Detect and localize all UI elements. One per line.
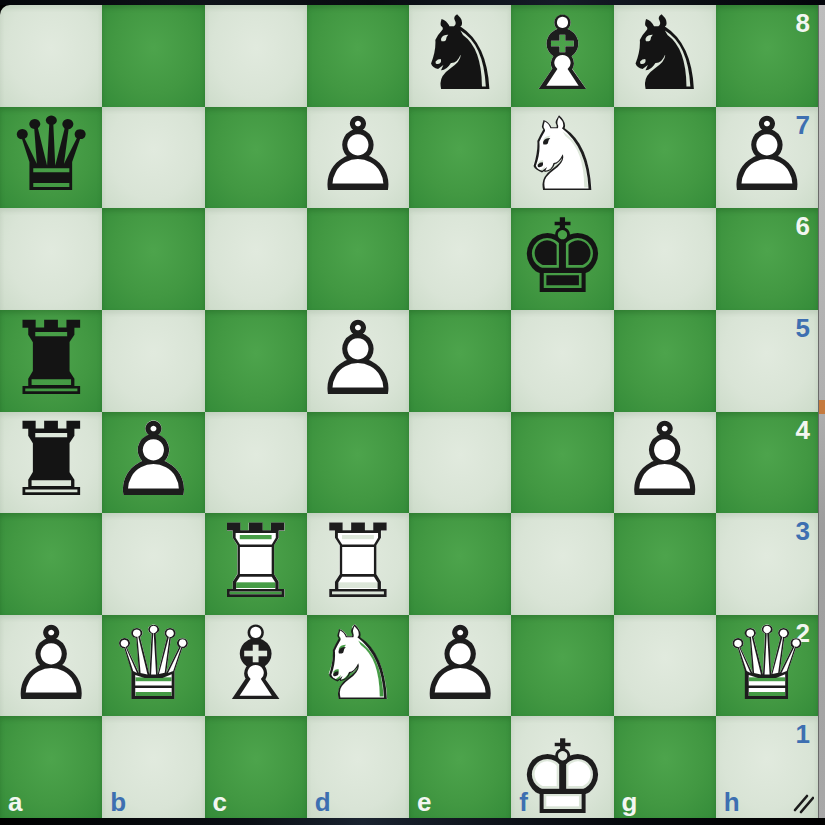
rank-label-1: 1 — [796, 721, 810, 747]
square-c6[interactable] — [205, 208, 307, 310]
piece-white-bishop[interactable]: ♝♗ — [205, 615, 307, 717]
piece-white-knight[interactable]: ♞♘ — [511, 107, 613, 209]
chess-board[interactable]: ♞♝♗♞8♛♟♙♞♘7♟♙♚6♜♟♙5♜♟♙♟♙4♜♖♜♖3♟♙♛♕♝♗♞♘♟♙… — [0, 5, 818, 818]
piece-white-pawn[interactable]: ♟♙ — [716, 107, 818, 209]
piece-white-queen[interactable]: ♛♕ — [102, 615, 204, 717]
square-d2[interactable]: ♞♘ — [307, 615, 409, 717]
rank-label-8: 8 — [796, 10, 810, 36]
square-h2[interactable]: 2♛♕ — [716, 615, 818, 717]
piece-black-knight[interactable]: ♞ — [614, 5, 716, 107]
king-glyph: ♚ — [517, 206, 608, 308]
square-e3[interactable] — [409, 513, 511, 615]
square-h5[interactable]: 5 — [716, 310, 818, 412]
scrollbar[interactable] — [818, 5, 825, 818]
pawn-outline-glyph: ♙ — [414, 613, 505, 715]
square-b8[interactable] — [102, 5, 204, 107]
piece-black-rook[interactable]: ♜ — [0, 412, 102, 514]
square-b6[interactable] — [102, 208, 204, 310]
piece-white-pawn[interactable]: ♟♙ — [307, 310, 409, 412]
square-f1[interactable]: f♚♔ — [511, 716, 613, 818]
square-h3[interactable]: 3 — [716, 513, 818, 615]
knight-outline-glyph: ♘ — [312, 613, 403, 715]
square-g4[interactable]: ♟♙ — [614, 412, 716, 514]
square-e8[interactable]: ♞ — [409, 5, 511, 107]
bishop-outline-glyph: ♗ — [517, 5, 608, 105]
file-label-g: g — [622, 789, 638, 815]
piece-black-knight[interactable]: ♞ — [409, 5, 511, 107]
file-label-c: c — [213, 789, 227, 815]
square-e4[interactable] — [409, 412, 511, 514]
knight-glyph: ♞ — [414, 5, 505, 105]
pawn-outline-glyph: ♙ — [721, 104, 812, 206]
pawn-outline-glyph: ♙ — [108, 409, 199, 511]
square-f7[interactable]: ♞♘ — [511, 107, 613, 209]
square-f5[interactable] — [511, 310, 613, 412]
square-a8[interactable] — [0, 5, 102, 107]
square-a4[interactable]: ♜ — [0, 412, 102, 514]
square-g3[interactable] — [614, 513, 716, 615]
square-d8[interactable] — [307, 5, 409, 107]
square-a5[interactable]: ♜ — [0, 310, 102, 412]
square-c8[interactable] — [205, 5, 307, 107]
piece-white-knight[interactable]: ♞♘ — [307, 615, 409, 717]
square-g2[interactable] — [614, 615, 716, 717]
square-b4[interactable]: ♟♙ — [102, 412, 204, 514]
square-b3[interactable] — [102, 513, 204, 615]
pawn-outline-glyph: ♙ — [5, 613, 96, 715]
square-h4[interactable]: 4 — [716, 412, 818, 514]
piece-white-king[interactable]: ♚♔ — [511, 716, 613, 818]
square-e1[interactable]: e — [409, 716, 511, 818]
square-d7[interactable]: ♟♙ — [307, 107, 409, 209]
square-b5[interactable] — [102, 310, 204, 412]
queen-outline-glyph: ♕ — [108, 613, 199, 715]
scroll-position-marker — [819, 400, 825, 414]
queen-outline-glyph: ♕ — [721, 613, 812, 715]
pawn-outline-glyph: ♙ — [619, 409, 710, 511]
square-a1[interactable]: a — [0, 716, 102, 818]
square-d4[interactable] — [307, 412, 409, 514]
knight-glyph: ♞ — [619, 5, 710, 105]
square-c7[interactable] — [205, 107, 307, 209]
square-b1[interactable]: b — [102, 716, 204, 818]
square-a6[interactable] — [0, 208, 102, 310]
square-a2[interactable]: ♟♙ — [0, 615, 102, 717]
piece-black-king[interactable]: ♚ — [511, 208, 613, 310]
rank-label-3: 3 — [796, 518, 810, 544]
rook-outline-glyph: ♖ — [312, 511, 403, 613]
square-a7[interactable]: ♛ — [0, 107, 102, 209]
piece-white-queen[interactable]: ♛♕ — [716, 615, 818, 717]
rook-glyph: ♜ — [5, 409, 96, 511]
file-label-d: d — [315, 789, 331, 815]
file-label-h: h — [724, 789, 740, 815]
square-e2[interactable]: ♟♙ — [409, 615, 511, 717]
square-f6[interactable]: ♚ — [511, 208, 613, 310]
square-c5[interactable] — [205, 310, 307, 412]
square-g7[interactable] — [614, 107, 716, 209]
piece-black-rook[interactable]: ♜ — [0, 310, 102, 412]
resize-handle-icon[interactable] — [792, 792, 814, 814]
square-f3[interactable] — [511, 513, 613, 615]
rank-label-6: 6 — [796, 213, 810, 239]
pawn-outline-glyph: ♙ — [312, 104, 403, 206]
rook-outline-glyph: ♖ — [210, 511, 301, 613]
square-b7[interactable] — [102, 107, 204, 209]
piece-white-pawn[interactable]: ♟♙ — [409, 615, 511, 717]
window-bottom-edge — [0, 818, 825, 825]
square-f2[interactable] — [511, 615, 613, 717]
square-c2[interactable]: ♝♗ — [205, 615, 307, 717]
square-f8[interactable]: ♝♗ — [511, 5, 613, 107]
square-d3[interactable]: ♜♖ — [307, 513, 409, 615]
queen-glyph: ♛ — [5, 104, 96, 206]
pawn-outline-glyph: ♙ — [312, 308, 403, 410]
piece-white-pawn[interactable]: ♟♙ — [307, 107, 409, 209]
square-g8[interactable]: ♞ — [614, 5, 716, 107]
file-label-b: b — [110, 789, 126, 815]
square-d6[interactable] — [307, 208, 409, 310]
piece-white-rook[interactable]: ♜♖ — [307, 513, 409, 615]
square-f4[interactable] — [511, 412, 613, 514]
file-label-a: a — [8, 789, 22, 815]
square-e5[interactable] — [409, 310, 511, 412]
square-c3[interactable]: ♜♖ — [205, 513, 307, 615]
square-e7[interactable] — [409, 107, 511, 209]
file-label-e: e — [417, 789, 431, 815]
square-a3[interactable] — [0, 513, 102, 615]
piece-black-queen[interactable]: ♛ — [0, 107, 102, 209]
square-c4[interactable] — [205, 412, 307, 514]
square-c1[interactable]: c — [205, 716, 307, 818]
piece-white-pawn[interactable]: ♟♙ — [0, 615, 102, 717]
rook-glyph: ♜ — [5, 308, 96, 410]
square-h6[interactable]: 6 — [716, 208, 818, 310]
piece-white-pawn[interactable]: ♟♙ — [614, 412, 716, 514]
square-e6[interactable] — [409, 208, 511, 310]
rank-label-5: 5 — [796, 315, 810, 341]
square-g5[interactable] — [614, 310, 716, 412]
knight-outline-glyph: ♘ — [517, 104, 608, 206]
square-g1[interactable]: g — [614, 716, 716, 818]
king-outline-glyph: ♔ — [517, 727, 608, 818]
square-d1[interactable]: d — [307, 716, 409, 818]
rank-label-4: 4 — [796, 417, 810, 443]
square-g6[interactable] — [614, 208, 716, 310]
square-h8[interactable]: 8 — [716, 5, 818, 107]
bishop-outline-glyph: ♗ — [210, 613, 301, 715]
square-h1[interactable]: 1h — [716, 716, 818, 818]
piece-white-rook[interactable]: ♜♖ — [205, 513, 307, 615]
square-d5[interactable]: ♟♙ — [307, 310, 409, 412]
square-b2[interactable]: ♛♕ — [102, 615, 204, 717]
square-h7[interactable]: 7♟♙ — [716, 107, 818, 209]
piece-white-bishop[interactable]: ♝♗ — [511, 5, 613, 107]
piece-white-pawn[interactable]: ♟♙ — [102, 412, 204, 514]
